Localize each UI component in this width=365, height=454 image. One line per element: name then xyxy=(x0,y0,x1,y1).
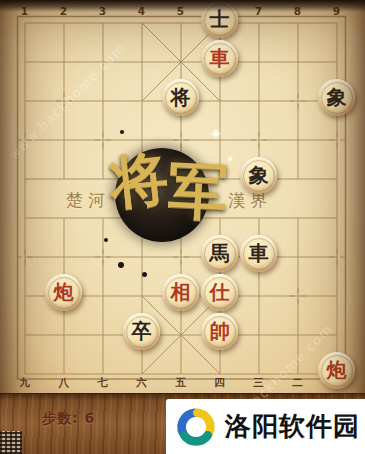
piece-red-相[interactable]: 相 xyxy=(162,274,199,311)
ink-splash-dot xyxy=(142,272,147,277)
sparkle-icon: ✦ xyxy=(210,126,222,142)
piece-black-卒[interactable]: 卒 xyxy=(123,313,160,350)
ink-splash-dot xyxy=(104,238,108,242)
piece-black-馬[interactable]: 馬 xyxy=(201,235,238,272)
xiangqi-game-screen: 123456789 九八七六五四三二一 楚河 漢界 士車将象象馬車炮相仕卒帥炮 … xyxy=(0,0,365,454)
piece-black-象[interactable]: 象 xyxy=(318,79,355,116)
glitch-artifact xyxy=(0,431,22,454)
step-counter-value: 6 xyxy=(84,410,95,426)
piece-red-仕[interactable]: 仕 xyxy=(201,274,238,311)
ink-splash-dot xyxy=(120,130,124,134)
gold-logo-char-jiang: 将 xyxy=(106,139,172,223)
site-badge: 洛阳软件园 xyxy=(166,399,365,454)
gold-logo-char-jun: 军 xyxy=(166,150,230,234)
piece-red-炮[interactable]: 炮 xyxy=(318,352,355,389)
site-badge-text: 洛阳软件园 xyxy=(225,409,360,444)
piece-black-象[interactable]: 象 xyxy=(240,157,277,194)
ink-splash-dot xyxy=(118,262,124,268)
piece-red-帥[interactable]: 帥 xyxy=(201,313,238,350)
step-counter: 步数: 6 xyxy=(42,410,95,428)
site-logo-icon xyxy=(173,404,219,450)
step-counter-label: 步数: xyxy=(42,410,79,426)
piece-red-車[interactable]: 車 xyxy=(201,40,238,77)
piece-black-車[interactable]: 車 xyxy=(240,235,277,272)
piece-black-士[interactable]: 士 xyxy=(201,1,238,38)
sparkle-icon: ✦ xyxy=(227,155,234,164)
piece-red-炮[interactable]: 炮 xyxy=(45,274,82,311)
piece-black-将[interactable]: 将 xyxy=(162,79,199,116)
